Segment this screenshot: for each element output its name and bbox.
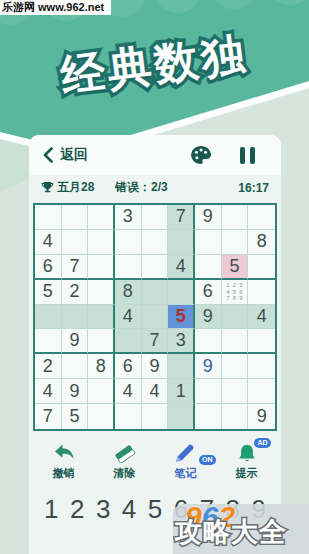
cell-r4c7[interactable]: 6 bbox=[195, 280, 222, 305]
cell-r5c3[interactable] bbox=[88, 305, 115, 330]
notes-label: 笔记 bbox=[175, 466, 197, 481]
cell-r1c9[interactable] bbox=[248, 205, 275, 230]
timer-label: 16:17 bbox=[238, 181, 269, 195]
cell-r2c3[interactable] bbox=[88, 230, 115, 255]
cell-r2c5[interactable] bbox=[142, 230, 169, 255]
trophy-icon bbox=[41, 181, 54, 194]
cell-r2c1[interactable]: 4 bbox=[35, 230, 62, 255]
status-bar: 五月28 错误：2/3 16:17 bbox=[29, 175, 281, 200]
cell-r3c8[interactable]: 5 bbox=[222, 255, 249, 280]
cell-r1c7[interactable]: 9 bbox=[195, 205, 222, 230]
cell-r7c3[interactable]: 8 bbox=[88, 354, 115, 379]
cell-r7c2[interactable] bbox=[62, 354, 89, 379]
note-digit: 9 bbox=[238, 295, 245, 301]
cell-r6c1[interactable] bbox=[35, 329, 62, 354]
notes-button[interactable]: ON 笔记 bbox=[160, 443, 212, 481]
undo-icon bbox=[52, 443, 76, 463]
cell-r9c4[interactable] bbox=[115, 404, 142, 429]
cell-r9c8[interactable] bbox=[222, 404, 249, 429]
cell-r2c8[interactable] bbox=[222, 230, 249, 255]
cell-r7c7[interactable]: 9 bbox=[195, 354, 222, 379]
note-digit: 3 bbox=[238, 282, 245, 288]
cell-r5c2[interactable] bbox=[62, 305, 89, 330]
level-indicator: 五月28 bbox=[41, 179, 94, 196]
cell-r3c3[interactable] bbox=[88, 255, 115, 280]
cell-r2c4[interactable] bbox=[115, 230, 142, 255]
cell-r4c9[interactable] bbox=[248, 280, 275, 305]
cell-r9c9[interactable]: 9 bbox=[248, 404, 275, 429]
cell-r1c2[interactable] bbox=[62, 205, 89, 230]
numpad-2[interactable]: 2 bbox=[70, 494, 84, 525]
toolbar: 撤销 清除 ON 笔记 bbox=[29, 443, 281, 481]
cell-r8c9[interactable] bbox=[248, 379, 275, 404]
cell-r1c1[interactable] bbox=[35, 205, 62, 230]
cell-r7c5[interactable]: 9 bbox=[142, 354, 169, 379]
cell-r3c6[interactable]: 4 bbox=[168, 255, 195, 280]
cell-r7c9[interactable] bbox=[248, 354, 275, 379]
erase-label: 清除 bbox=[114, 466, 136, 481]
eraser-icon bbox=[113, 443, 137, 463]
numpad-1[interactable]: 1 bbox=[44, 494, 58, 525]
cell-r5c6[interactable]: 5 bbox=[168, 305, 195, 330]
cell-r7c8[interactable] bbox=[222, 354, 249, 379]
cell-r8c7[interactable] bbox=[195, 379, 222, 404]
cell-r1c3[interactable] bbox=[88, 205, 115, 230]
cell-r2c6[interactable] bbox=[168, 230, 195, 255]
nav-bar: 返回 bbox=[29, 135, 281, 175]
site-watermark-bottom: 962 攻略大全 bbox=[173, 504, 309, 554]
cell-r6c6[interactable]: 3 bbox=[168, 329, 195, 354]
app-screen: 经典数独 乐游网 www.962.net 返回 bbox=[0, 0, 309, 554]
cell-r7c4[interactable]: 6 bbox=[115, 354, 142, 379]
notes-on-badge: ON bbox=[199, 455, 216, 465]
undo-label: 撤销 bbox=[53, 466, 75, 481]
cell-r2c2[interactable] bbox=[62, 230, 89, 255]
cell-r3c1[interactable]: 6 bbox=[35, 255, 62, 280]
chevron-left-icon bbox=[43, 147, 53, 163]
cell-r5c5[interactable] bbox=[142, 305, 169, 330]
cell-r3c4[interactable] bbox=[115, 255, 142, 280]
cell-r3c5[interactable] bbox=[142, 255, 169, 280]
cell-r6c5[interactable]: 7 bbox=[142, 329, 169, 354]
pencil-icon bbox=[174, 443, 198, 463]
cell-r6c9[interactable] bbox=[248, 329, 275, 354]
cell-r3c9[interactable] bbox=[248, 255, 275, 280]
errors-label: 错误：2/3 bbox=[115, 179, 168, 196]
cell-r9c7[interactable] bbox=[195, 404, 222, 429]
cell-r1c4[interactable]: 3 bbox=[115, 205, 142, 230]
cell-r6c2[interactable]: 9 bbox=[62, 329, 89, 354]
cell-r4c4[interactable]: 8 bbox=[115, 280, 142, 305]
cell-r1c5[interactable] bbox=[142, 205, 169, 230]
cell-r6c7[interactable] bbox=[195, 329, 222, 354]
cell-r7c6[interactable] bbox=[168, 354, 195, 379]
back-button[interactable]: 返回 bbox=[43, 146, 88, 164]
cell-r4c3[interactable] bbox=[88, 280, 115, 305]
cell-r4c1[interactable]: 5 bbox=[35, 280, 62, 305]
cell-r8c1[interactable]: 4 bbox=[35, 379, 62, 404]
cell-r3c7[interactable] bbox=[195, 255, 222, 280]
cell-r4c6[interactable] bbox=[168, 280, 195, 305]
cell-r6c8[interactable] bbox=[222, 329, 249, 354]
cell-r4c5[interactable] bbox=[142, 280, 169, 305]
hint-button[interactable]: AD 提示 bbox=[221, 443, 273, 481]
cell-r8c4[interactable]: 4 bbox=[115, 379, 142, 404]
cell-r5c8[interactable] bbox=[222, 305, 249, 330]
cell-r9c1[interactable]: 7 bbox=[35, 404, 62, 429]
pause-button[interactable] bbox=[240, 147, 255, 164]
level-label: 五月28 bbox=[57, 179, 94, 196]
cell-r2c7[interactable] bbox=[195, 230, 222, 255]
cell-r6c4[interactable] bbox=[115, 329, 142, 354]
cell-r8c3[interactable] bbox=[88, 379, 115, 404]
back-label: 返回 bbox=[60, 146, 88, 164]
cell-r9c3[interactable] bbox=[88, 404, 115, 429]
hint-ad-badge: AD bbox=[254, 438, 270, 448]
cell-r8c5[interactable]: 4 bbox=[142, 379, 169, 404]
cell-r3c2[interactable]: 7 bbox=[62, 255, 89, 280]
cell-r8c8[interactable] bbox=[222, 379, 249, 404]
cell-r5c4[interactable]: 4 bbox=[115, 305, 142, 330]
numpad-5[interactable]: 5 bbox=[148, 494, 162, 525]
cell-r9c5[interactable] bbox=[142, 404, 169, 429]
numpad-3[interactable]: 3 bbox=[96, 494, 110, 525]
site-watermark-top: 乐游网 www.962.net bbox=[0, 0, 111, 15]
cell-r1c8[interactable] bbox=[222, 205, 249, 230]
notes-cell-r4c8[interactable]: 123456789 bbox=[222, 280, 249, 305]
cell-r9c6[interactable] bbox=[168, 404, 195, 429]
numpad-4[interactable]: 4 bbox=[122, 494, 136, 525]
cell-r4c2[interactable]: 2 bbox=[62, 280, 89, 305]
note-digit: 6 bbox=[238, 289, 245, 295]
hint-label: 提示 bbox=[236, 466, 258, 481]
cell-r1c6[interactable]: 7 bbox=[168, 205, 195, 230]
game-panel: 返回 五月28 错误：2/3 16:17 37948674552861 bbox=[29, 135, 281, 554]
palette-button[interactable] bbox=[190, 145, 212, 165]
cell-r5c7[interactable]: 9 bbox=[195, 305, 222, 330]
cell-r2c9[interactable]: 8 bbox=[248, 230, 275, 255]
watermark-text: 攻略大全 bbox=[175, 514, 287, 550]
cell-r8c6[interactable]: 1 bbox=[168, 379, 195, 404]
erase-button[interactable]: 清除 bbox=[99, 443, 151, 481]
cell-r7c1[interactable]: 2 bbox=[35, 354, 62, 379]
undo-button[interactable]: 撤销 bbox=[38, 443, 90, 481]
cell-r9c2[interactable]: 5 bbox=[62, 404, 89, 429]
cell-r6c3[interactable] bbox=[88, 329, 115, 354]
cell-r5c1[interactable] bbox=[35, 305, 62, 330]
cell-r5c9[interactable]: 4 bbox=[248, 305, 275, 330]
sudoku-board: 3794867455286123456789459497328699494417… bbox=[33, 203, 277, 431]
cell-r8c2[interactable]: 9 bbox=[62, 379, 89, 404]
